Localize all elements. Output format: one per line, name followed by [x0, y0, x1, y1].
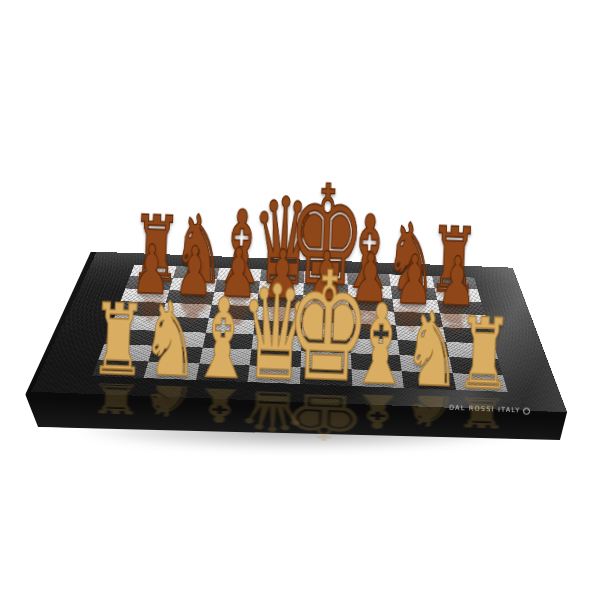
board-assembly: DAL ROSSI ITALY ♜♜♞♞♝♝♛♛♚♚♝♝♞♞♜♜♟♟♟♟♟♟♟♟… — [0, 0, 600, 600]
white-knight[interactable]: ♞ — [402, 298, 463, 402]
chess-product-photo: DAL ROSSI ITALY ♜♜♞♞♝♝♛♛♚♚♝♝♞♞♜♜♟♟♟♟♟♟♟♟… — [0, 0, 600, 600]
pieces-layer: ♜♜♞♞♝♝♛♛♚♚♝♝♞♞♜♜♟♟♟♟♟♟♟♟♟♟♟♟♟♟♟♟♜♜♞♞♝♝♛♛… — [0, 0, 600, 600]
white-rook[interactable]: ♜ — [456, 304, 514, 404]
white-rook[interactable]: ♜ — [89, 290, 147, 390]
